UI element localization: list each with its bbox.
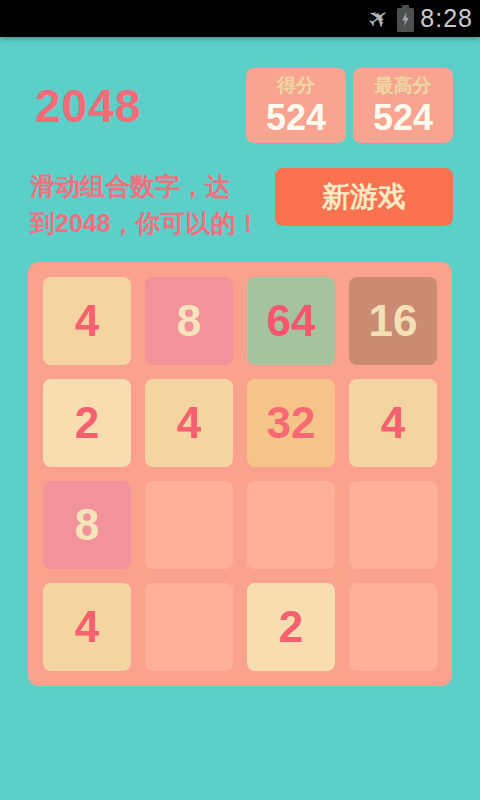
tile-4: 4 xyxy=(349,379,437,467)
empty-cell xyxy=(145,481,233,569)
tile-16: 16 xyxy=(349,277,437,365)
best-score-value: 524 xyxy=(373,100,433,136)
empty-cell xyxy=(349,481,437,569)
tile-4: 4 xyxy=(145,379,233,467)
tile-64: 64 xyxy=(247,277,335,365)
best-score-label: 最高分 xyxy=(375,76,432,95)
empty-cell xyxy=(247,481,335,569)
tile-4: 4 xyxy=(43,583,131,671)
tile-2: 2 xyxy=(247,583,335,671)
tile-4: 4 xyxy=(43,277,131,365)
tile-32: 32 xyxy=(247,379,335,467)
instruction-line-2: 到2048，你可以的！ xyxy=(30,205,261,242)
status-time: 8:28 xyxy=(420,4,473,33)
instruction-text: 滑动组合数字，达 到2048，你可以的！ xyxy=(30,168,261,242)
score-value: 524 xyxy=(266,100,326,136)
game-board[interactable]: 48641624324842 xyxy=(28,262,452,686)
best-score-box: 最高分 524 xyxy=(353,68,453,143)
airplane-mode-icon: ✈ xyxy=(363,2,395,35)
tile-8: 8 xyxy=(43,481,131,569)
status-bar: ✈ 8:28 xyxy=(0,0,480,37)
empty-cell xyxy=(349,583,437,671)
score-label: 得分 xyxy=(277,76,315,95)
score-panel: 得分 524 最高分 524 xyxy=(246,68,453,143)
score-box: 得分 524 xyxy=(246,68,346,143)
tile-2: 2 xyxy=(43,379,131,467)
battery-charging-icon xyxy=(397,5,414,32)
tile-8: 8 xyxy=(145,277,233,365)
new-game-button[interactable]: 新游戏 xyxy=(275,168,453,226)
header: 2048 得分 524 最高分 524 xyxy=(35,68,453,143)
instruction-line-1: 滑动组合数字，达 xyxy=(30,168,261,205)
empty-cell xyxy=(145,583,233,671)
phone-screen: ✈ 8:28 2048 得分 524 最高分 524 滑动组合数字，达 到204 xyxy=(0,0,480,800)
app-title: 2048 xyxy=(35,79,141,133)
subheader: 滑动组合数字，达 到2048，你可以的！ 新游戏 xyxy=(30,168,453,242)
